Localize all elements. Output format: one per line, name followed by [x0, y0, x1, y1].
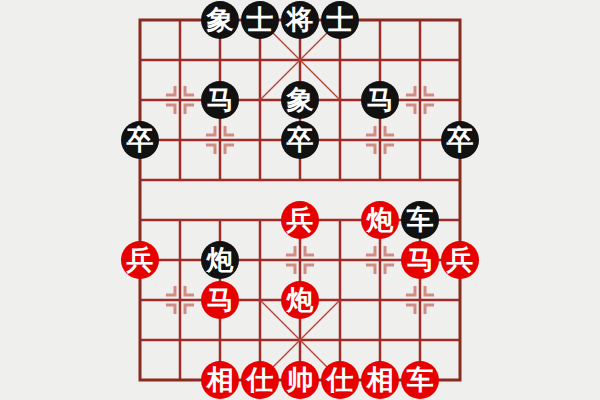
piece-red-advisor[interactable]: 仕 [241, 361, 279, 399]
piece-red-elephant[interactable]: 相 [361, 361, 399, 399]
piece-red-horse[interactable]: 马 [401, 241, 439, 279]
piece-black-elephant[interactable]: 象 [281, 81, 319, 119]
piece-black-general[interactable]: 将 [281, 1, 319, 39]
piece-black-horse[interactable]: 马 [201, 81, 239, 119]
piece-red-cannon[interactable]: 炮 [361, 201, 399, 239]
piece-black-soldier[interactable]: 卒 [281, 121, 319, 159]
piece-black-elephant[interactable]: 象 [201, 1, 239, 39]
xiangqi-board-grid [0, 0, 600, 400]
piece-black-soldier[interactable]: 卒 [441, 121, 479, 159]
piece-black-horse[interactable]: 马 [361, 81, 399, 119]
piece-red-elephant[interactable]: 相 [201, 361, 239, 399]
piece-red-soldier[interactable]: 兵 [281, 201, 319, 239]
piece-red-soldier[interactable]: 兵 [121, 241, 159, 279]
piece-black-soldier[interactable]: 卒 [121, 121, 159, 159]
piece-red-cannon[interactable]: 炮 [281, 281, 319, 319]
piece-black-advisor[interactable]: 士 [241, 1, 279, 39]
piece-black-advisor[interactable]: 士 [321, 1, 359, 39]
piece-black-chariot[interactable]: 车 [401, 201, 439, 239]
piece-red-chariot[interactable]: 车 [401, 361, 439, 399]
piece-red-horse[interactable]: 马 [201, 281, 239, 319]
piece-red-general[interactable]: 帅 [281, 361, 319, 399]
piece-black-cannon[interactable]: 炮 [201, 241, 239, 279]
piece-red-soldier[interactable]: 兵 [441, 241, 479, 279]
xiangqi-board-screen: 象士将士马象马卒卒卒车炮兵炮兵马兵马炮相仕帅仕相车 [0, 0, 600, 400]
piece-red-advisor[interactable]: 仕 [321, 361, 359, 399]
